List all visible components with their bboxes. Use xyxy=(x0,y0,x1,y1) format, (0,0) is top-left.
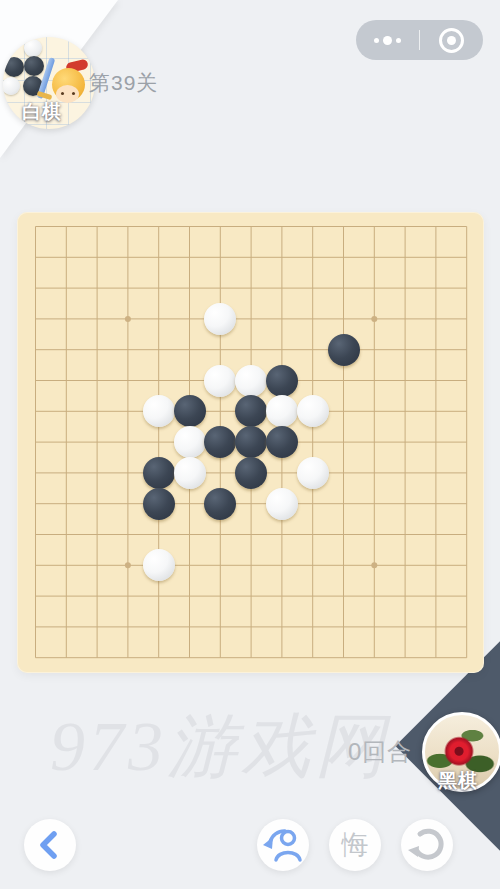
stone-white xyxy=(174,426,206,458)
stone-white xyxy=(297,395,329,427)
stone-black xyxy=(174,395,206,427)
knight-eye xyxy=(72,92,75,95)
stone-black xyxy=(235,426,267,458)
capsule-target-icon xyxy=(439,28,464,53)
restart-arrow-icon xyxy=(401,819,453,871)
black-player-label: 黑棋 xyxy=(438,768,478,794)
gomoku-board[interactable] xyxy=(17,212,484,673)
stone-black xyxy=(143,457,175,489)
back-chevron-icon xyxy=(24,819,76,871)
back-button[interactable] xyxy=(24,819,76,871)
undo-label: 悔 xyxy=(342,827,369,863)
game-screen: 973游戏网 白棋 第39关 xyxy=(0,0,500,889)
swap-player-button[interactable] xyxy=(257,819,309,871)
stone-white xyxy=(266,488,298,520)
stone-black xyxy=(204,488,236,520)
watermark-text: 973游戏网 xyxy=(50,700,389,794)
white-player-avatar: 白棋 xyxy=(3,37,95,129)
stone-white xyxy=(143,549,175,581)
more-options-button[interactable] xyxy=(356,20,419,60)
stone-black xyxy=(266,365,298,397)
level-badge: 第39关 xyxy=(89,69,158,97)
stone-white xyxy=(266,395,298,427)
stone-black xyxy=(266,426,298,458)
stone-white xyxy=(297,457,329,489)
more-dots-icon xyxy=(396,38,401,43)
stone-white xyxy=(204,365,236,397)
stone-white xyxy=(235,365,267,397)
knight-eye xyxy=(61,92,64,95)
stone-black xyxy=(235,457,267,489)
undo-button[interactable]: 悔 xyxy=(329,819,381,871)
exit-button[interactable] xyxy=(420,20,483,60)
miniprogram-capsule xyxy=(356,20,483,60)
round-counter: 0回合 xyxy=(348,736,412,768)
person-arrow-icon xyxy=(257,819,309,871)
stone-white xyxy=(143,395,175,427)
white-player-label: 白棋 xyxy=(22,99,62,125)
stone-black xyxy=(328,334,360,366)
stone-white xyxy=(204,303,236,335)
avatar-art-stone xyxy=(24,39,42,57)
restart-button[interactable] xyxy=(401,819,453,871)
more-dots-icon xyxy=(383,36,392,45)
avatar-art-stone xyxy=(24,56,44,76)
stone-black xyxy=(143,488,175,520)
avatar-art-stone xyxy=(3,77,20,95)
stone-white xyxy=(174,457,206,489)
more-dots-icon xyxy=(374,38,379,43)
